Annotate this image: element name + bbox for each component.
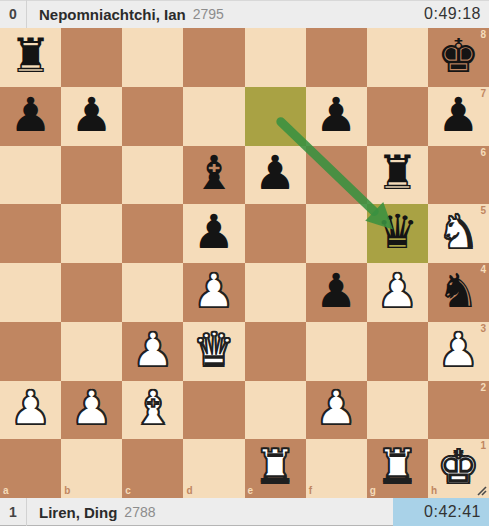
square-c6[interactable] bbox=[122, 146, 183, 205]
square-a7[interactable]: ♟ bbox=[0, 87, 61, 146]
black-pawn-b7[interactable]: ♟ bbox=[71, 91, 113, 138]
rank-label-2: 2 bbox=[480, 383, 486, 393]
square-d7[interactable] bbox=[183, 87, 244, 146]
square-h6[interactable]: 6 bbox=[428, 146, 489, 205]
square-c7[interactable] bbox=[122, 87, 183, 146]
top-player-rating: 2795 bbox=[193, 6, 224, 22]
file-label-c: c bbox=[125, 486, 131, 496]
white-knight-h5[interactable]: ♞ bbox=[437, 208, 479, 255]
square-g5[interactable]: ♛ bbox=[367, 204, 428, 263]
white-queen-d3[interactable]: ♛ bbox=[193, 326, 235, 373]
square-a1[interactable]: a bbox=[0, 439, 61, 498]
white-pawn-f2[interactable]: ♟ bbox=[315, 384, 357, 431]
top-player-clock: 0:49:18 bbox=[416, 0, 489, 28]
chess-board: ♜♚8♟♟♟♟7♝♟♜6♟♛♞5♟♟♟♞4♟♛♟3♟♟♝♟2abcd♜ef♜g♚… bbox=[0, 28, 489, 498]
square-b1[interactable]: b bbox=[61, 439, 122, 498]
square-d1[interactable]: d bbox=[183, 439, 244, 498]
rank-label-4: 4 bbox=[480, 265, 486, 275]
square-a4[interactable] bbox=[0, 263, 61, 322]
black-bishop-d6[interactable]: ♝ bbox=[193, 149, 235, 196]
square-a3[interactable] bbox=[0, 322, 61, 381]
square-b5[interactable] bbox=[61, 204, 122, 263]
player-bar-top: 0 Nepomniachtchi, Ian 2795 0:49:18 bbox=[0, 0, 489, 28]
white-pawn-h3[interactable]: ♟ bbox=[437, 326, 479, 373]
white-rook-e1[interactable]: ♜ bbox=[254, 443, 296, 490]
white-pawn-a2[interactable]: ♟ bbox=[9, 384, 51, 431]
black-pawn-d5[interactable]: ♟ bbox=[193, 208, 235, 255]
square-d5[interactable]: ♟ bbox=[183, 204, 244, 263]
black-rook-a8[interactable]: ♜ bbox=[9, 32, 51, 79]
square-f8[interactable] bbox=[306, 28, 367, 87]
square-b3[interactable] bbox=[61, 322, 122, 381]
bottom-player-rating: 2788 bbox=[124, 504, 155, 520]
square-c8[interactable] bbox=[122, 28, 183, 87]
player-bar-bottom: 1 Liren, Ding 2788 0:42:41 bbox=[0, 498, 489, 526]
square-a2[interactable]: ♟ bbox=[0, 381, 61, 440]
rank-label-5: 5 bbox=[480, 206, 486, 216]
square-h2[interactable]: 2 bbox=[428, 381, 489, 440]
bottom-player-score: 1 bbox=[0, 498, 27, 526]
black-king-h8[interactable]: ♚ bbox=[437, 32, 479, 79]
square-d3[interactable]: ♛ bbox=[183, 322, 244, 381]
square-e2[interactable] bbox=[245, 381, 306, 440]
square-e7[interactable] bbox=[245, 87, 306, 146]
square-c5[interactable] bbox=[122, 204, 183, 263]
black-pawn-h7[interactable]: ♟ bbox=[437, 91, 479, 138]
square-b4[interactable] bbox=[61, 263, 122, 322]
black-pawn-a7[interactable]: ♟ bbox=[9, 91, 51, 138]
square-c4[interactable] bbox=[122, 263, 183, 322]
square-f5[interactable] bbox=[306, 204, 367, 263]
file-label-h: h bbox=[431, 486, 437, 496]
square-g3[interactable] bbox=[367, 322, 428, 381]
square-c2[interactable]: ♝ bbox=[122, 381, 183, 440]
square-g7[interactable] bbox=[367, 87, 428, 146]
square-g1[interactable]: ♜g bbox=[367, 439, 428, 498]
white-rook-g1[interactable]: ♜ bbox=[376, 443, 418, 490]
black-knight-h4[interactable]: ♞ bbox=[437, 267, 479, 314]
file-label-a: a bbox=[3, 486, 9, 496]
top-player-score: 0 bbox=[0, 0, 27, 28]
white-pawn-b2[interactable]: ♟ bbox=[71, 384, 113, 431]
square-d2[interactable] bbox=[183, 381, 244, 440]
square-g2[interactable] bbox=[367, 381, 428, 440]
square-b8[interactable] bbox=[61, 28, 122, 87]
square-f6[interactable] bbox=[306, 146, 367, 205]
square-f7[interactable]: ♟ bbox=[306, 87, 367, 146]
rank-label-3: 3 bbox=[480, 324, 486, 334]
black-queen-g5[interactable]: ♛ bbox=[376, 208, 418, 255]
game-window: 0 Nepomniachtchi, Ian 2795 0:49:18 ♜♚8♟♟… bbox=[0, 0, 489, 526]
file-label-b: b bbox=[64, 486, 70, 496]
file-label-e: e bbox=[248, 486, 254, 496]
square-a5[interactable] bbox=[0, 204, 61, 263]
square-e1[interactable]: ♜e bbox=[245, 439, 306, 498]
square-f2[interactable]: ♟ bbox=[306, 381, 367, 440]
white-pawn-g4[interactable]: ♟ bbox=[376, 267, 418, 314]
file-label-g: g bbox=[370, 486, 376, 496]
white-pawn-d4[interactable]: ♟ bbox=[193, 267, 235, 314]
bottom-player-clock: 0:42:41 bbox=[393, 498, 489, 526]
square-a8[interactable]: ♜ bbox=[0, 28, 61, 87]
square-b2[interactable]: ♟ bbox=[61, 381, 122, 440]
file-label-f: f bbox=[309, 486, 312, 496]
square-d6[interactable]: ♝ bbox=[183, 146, 244, 205]
square-e4[interactable] bbox=[245, 263, 306, 322]
square-b6[interactable] bbox=[61, 146, 122, 205]
square-e6[interactable]: ♟ bbox=[245, 146, 306, 205]
bottom-player-name: Liren, Ding bbox=[39, 504, 117, 521]
square-a6[interactable] bbox=[0, 146, 61, 205]
rank-label-8: 8 bbox=[480, 30, 486, 40]
square-g6[interactable]: ♜ bbox=[367, 146, 428, 205]
square-e5[interactable] bbox=[245, 204, 306, 263]
square-e8[interactable] bbox=[245, 28, 306, 87]
black-pawn-e6[interactable]: ♟ bbox=[254, 149, 296, 196]
square-b7[interactable]: ♟ bbox=[61, 87, 122, 146]
square-h3[interactable]: ♟3 bbox=[428, 322, 489, 381]
rank-label-1: 1 bbox=[480, 441, 486, 451]
black-pawn-f7[interactable]: ♟ bbox=[315, 91, 357, 138]
square-h8[interactable]: ♚8 bbox=[428, 28, 489, 87]
board-squares: ♜♚8♟♟♟♟7♝♟♜6♟♛♞5♟♟♟♞4♟♛♟3♟♟♝♟2abcd♜ef♜g♚… bbox=[0, 28, 489, 498]
square-d8[interactable] bbox=[183, 28, 244, 87]
square-d4[interactable]: ♟ bbox=[183, 263, 244, 322]
square-h7[interactable]: ♟7 bbox=[428, 87, 489, 146]
square-f3[interactable] bbox=[306, 322, 367, 381]
square-h5[interactable]: ♞5 bbox=[428, 204, 489, 263]
rank-label-6: 6 bbox=[480, 148, 486, 158]
square-e3[interactable] bbox=[245, 322, 306, 381]
file-label-d: d bbox=[186, 486, 192, 496]
square-g4[interactable]: ♟ bbox=[367, 263, 428, 322]
square-g8[interactable] bbox=[367, 28, 428, 87]
top-player-name: Nepomniachtchi, Ian bbox=[39, 6, 186, 23]
square-c3[interactable]: ♟ bbox=[122, 322, 183, 381]
square-f1[interactable]: f bbox=[306, 439, 367, 498]
black-rook-g6[interactable]: ♜ bbox=[376, 149, 418, 196]
rank-label-7: 7 bbox=[480, 89, 486, 99]
square-h4[interactable]: ♞4 bbox=[428, 263, 489, 322]
board-resize-handle[interactable] bbox=[474, 483, 488, 497]
white-bishop-c2[interactable]: ♝ bbox=[132, 384, 174, 431]
white-pawn-c3[interactable]: ♟ bbox=[132, 326, 174, 373]
black-pawn-f4[interactable]: ♟ bbox=[315, 267, 357, 314]
square-f4[interactable]: ♟ bbox=[306, 263, 367, 322]
square-c1[interactable]: c bbox=[122, 439, 183, 498]
